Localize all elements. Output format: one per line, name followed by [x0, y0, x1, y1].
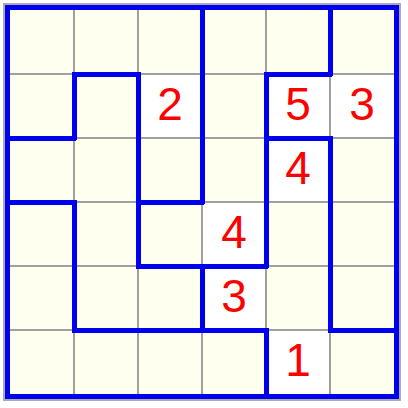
given-digit: 5 [285, 81, 311, 127]
cell-r5c4[interactable]: 3 [203, 267, 265, 329]
cell-r5c3[interactable] [139, 267, 201, 329]
region-border-segment [136, 200, 204, 205]
region-border-segment [136, 136, 141, 204]
cell-r5c6[interactable] [331, 267, 393, 329]
region-border-segment [136, 328, 204, 333]
region-border-segment [200, 328, 268, 333]
cell-r6c4[interactable] [203, 331, 265, 393]
cell-r1c1[interactable] [11, 11, 73, 73]
region-border-segment [200, 10, 205, 76]
cell-r1c6[interactable] [331, 11, 393, 73]
region-border-segment [200, 136, 205, 204]
given-digit: 1 [285, 337, 311, 383]
region-border-segment [72, 264, 77, 332]
region-border-segment [328, 10, 333, 76]
cell-r4c4[interactable]: 4 [203, 203, 265, 265]
cell-r4c5[interactable] [267, 203, 329, 265]
region-border-segment [136, 264, 204, 269]
cell-r3c4[interactable] [203, 139, 265, 201]
region-border-segment [328, 328, 394, 333]
cell-r2c6[interactable]: 3 [331, 75, 393, 137]
cell-r3c3[interactable] [139, 139, 201, 201]
cell-r1c2[interactable] [75, 11, 137, 73]
given-digit: 3 [221, 273, 247, 319]
cell-r1c3[interactable] [139, 11, 201, 73]
region-border-segment [328, 200, 333, 268]
cell-r6c5[interactable]: 1 [267, 331, 329, 393]
cell-r2c4[interactable] [203, 75, 265, 137]
region-border-segment [72, 328, 140, 333]
region-border-segment [328, 136, 333, 204]
cell-r2c1[interactable] [11, 75, 73, 137]
given-digit: 2 [157, 81, 183, 127]
cell-r2c3[interactable]: 2 [139, 75, 201, 137]
region-border-segment [10, 136, 76, 141]
region-border-segment [264, 136, 332, 141]
cell-r5c5[interactable] [267, 267, 329, 329]
given-digit: 4 [285, 145, 311, 191]
cell-r1c4[interactable] [203, 11, 265, 73]
cell-r5c2[interactable] [75, 267, 137, 329]
cell-r3c2[interactable] [75, 139, 137, 201]
cell-r6c3[interactable] [139, 331, 201, 393]
cell-r3c6[interactable] [331, 139, 393, 201]
region-border-segment [264, 200, 269, 268]
cell-r4c1[interactable] [11, 203, 73, 265]
cell-r6c6[interactable] [331, 331, 393, 393]
given-digit: 3 [349, 81, 375, 127]
puzzle-board: 2534431 [5, 5, 399, 399]
cell-r6c1[interactable] [11, 331, 73, 393]
cell-r2c5[interactable]: 5 [267, 75, 329, 137]
region-border-segment [136, 200, 141, 268]
region-border-segment [72, 200, 77, 268]
region-border-segment [264, 72, 269, 140]
cell-r6c2[interactable] [75, 331, 137, 393]
cell-r5c1[interactable] [11, 267, 73, 329]
cell-r2c2[interactable] [75, 75, 137, 137]
cell-r3c5[interactable]: 4 [267, 139, 329, 201]
region-border-segment [200, 264, 205, 332]
cell-r4c6[interactable] [331, 203, 393, 265]
region-border-segment [264, 328, 269, 394]
region-border-segment [264, 136, 269, 204]
cell-r4c3[interactable] [139, 203, 201, 265]
region-border-segment [264, 72, 332, 77]
region-border-segment [200, 72, 205, 140]
region-border-segment [328, 264, 333, 332]
cell-r1c5[interactable] [267, 11, 329, 73]
region-border-segment [136, 72, 141, 140]
region-border-segment [72, 72, 77, 140]
given-digit: 4 [221, 209, 247, 255]
region-border-segment [72, 72, 140, 77]
region-border-segment [10, 200, 76, 205]
cell-r4c2[interactable] [75, 203, 137, 265]
region-border-segment [200, 264, 268, 269]
cell-r3c1[interactable] [11, 139, 73, 201]
